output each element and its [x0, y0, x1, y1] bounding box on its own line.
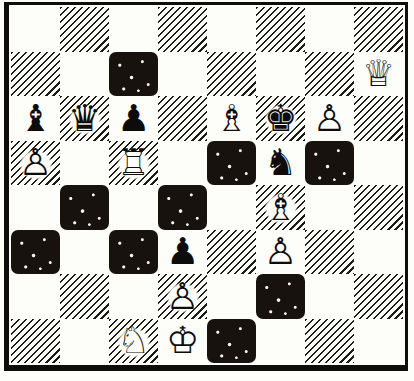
- square-c6[interactable]: ♟: [109, 96, 158, 141]
- square-e2[interactable]: [207, 274, 256, 319]
- piece-white-pawn[interactable]: ♙: [308, 96, 352, 140]
- square-h8[interactable]: [354, 7, 403, 52]
- square-g6[interactable]: ♙: [305, 96, 354, 141]
- square-f4[interactable]: ♗: [256, 185, 305, 230]
- square-f5[interactable]: ♞: [256, 141, 305, 186]
- piece-white-knight[interactable]: ♘: [112, 319, 156, 363]
- square-f3[interactable]: ♙: [256, 230, 305, 275]
- square-f8[interactable]: [256, 7, 305, 52]
- square-e1[interactable]: [207, 319, 256, 364]
- square-h3[interactable]: [354, 230, 403, 275]
- square-f2[interactable]: [256, 274, 305, 319]
- square-d2[interactable]: ♙: [158, 274, 207, 319]
- square-e6[interactable]: ♗: [207, 96, 256, 141]
- piece-white-pawn[interactable]: ♙: [161, 274, 205, 318]
- square-d5[interactable]: [158, 141, 207, 186]
- piece-white-king[interactable]: ♔: [161, 319, 205, 363]
- square-a5[interactable]: ♙: [11, 141, 60, 186]
- square-c7[interactable]: [109, 52, 158, 97]
- piece-black-king[interactable]: ♚: [259, 96, 303, 140]
- square-d6[interactable]: [158, 96, 207, 141]
- piece-white-pawn[interactable]: ♙: [14, 141, 58, 185]
- square-g5[interactable]: [305, 141, 354, 186]
- square-d1[interactable]: ♔: [158, 319, 207, 364]
- square-b2[interactable]: [60, 274, 109, 319]
- square-e5[interactable]: [207, 141, 256, 186]
- piece-black-knight[interactable]: ♞: [259, 141, 303, 185]
- square-b6[interactable]: ♛: [60, 96, 109, 141]
- square-e8[interactable]: [207, 7, 256, 52]
- square-d4[interactable]: [158, 185, 207, 230]
- square-b1[interactable]: [60, 319, 109, 364]
- square-g2[interactable]: [305, 274, 354, 319]
- square-d8[interactable]: [158, 7, 207, 52]
- piece-white-bishop[interactable]: ♗: [259, 185, 303, 229]
- square-a8[interactable]: [11, 7, 60, 52]
- square-c1[interactable]: ♘: [109, 319, 158, 364]
- square-c3[interactable]: [109, 230, 158, 275]
- square-h2[interactable]: [354, 274, 403, 319]
- square-e3[interactable]: [207, 230, 256, 275]
- square-a1[interactable]: [11, 319, 60, 364]
- square-d3[interactable]: ♟: [158, 230, 207, 275]
- board-frame: ♕♝♛♟♗♚♙♙♖♞♗♟♙♙♘♔: [4, 2, 408, 371]
- chess-board: ♕♝♛♟♗♚♙♙♖♞♗♟♙♙♘♔: [11, 7, 403, 363]
- square-h1[interactable]: [354, 319, 403, 364]
- square-d7[interactable]: [158, 52, 207, 97]
- square-f6[interactable]: ♚: [256, 96, 305, 141]
- square-h7[interactable]: ♕: [354, 52, 403, 97]
- square-a6[interactable]: ♝: [11, 96, 60, 141]
- piece-white-pawn[interactable]: ♙: [259, 230, 303, 274]
- square-e7[interactable]: [207, 52, 256, 97]
- piece-black-bishop[interactable]: ♝: [14, 96, 58, 140]
- square-e4[interactable]: [207, 185, 256, 230]
- square-h4[interactable]: [354, 185, 403, 230]
- square-f1[interactable]: [256, 319, 305, 364]
- square-b8[interactable]: [60, 7, 109, 52]
- square-a4[interactable]: [11, 185, 60, 230]
- square-a2[interactable]: [11, 274, 60, 319]
- square-c8[interactable]: [109, 7, 158, 52]
- square-b4[interactable]: [60, 185, 109, 230]
- square-g1[interactable]: [305, 319, 354, 364]
- piece-white-rook[interactable]: ♖: [112, 141, 156, 185]
- square-b7[interactable]: [60, 52, 109, 97]
- square-g7[interactable]: [305, 52, 354, 97]
- piece-black-queen[interactable]: ♛: [63, 96, 107, 140]
- square-c2[interactable]: [109, 274, 158, 319]
- square-c5[interactable]: ♖: [109, 141, 158, 186]
- piece-black-pawn[interactable]: ♟: [112, 96, 156, 140]
- square-g3[interactable]: [305, 230, 354, 275]
- square-h5[interactable]: [354, 141, 403, 186]
- square-a3[interactable]: [11, 230, 60, 275]
- piece-white-bishop[interactable]: ♗: [210, 96, 254, 140]
- square-b3[interactable]: [60, 230, 109, 275]
- square-b5[interactable]: [60, 141, 109, 186]
- square-c4[interactable]: [109, 185, 158, 230]
- square-h6[interactable]: [354, 96, 403, 141]
- piece-white-queen[interactable]: ♕: [357, 52, 401, 96]
- piece-black-pawn[interactable]: ♟: [161, 230, 205, 274]
- square-g8[interactable]: [305, 7, 354, 52]
- square-g4[interactable]: [305, 185, 354, 230]
- square-f7[interactable]: [256, 52, 305, 97]
- square-a7[interactable]: [11, 52, 60, 97]
